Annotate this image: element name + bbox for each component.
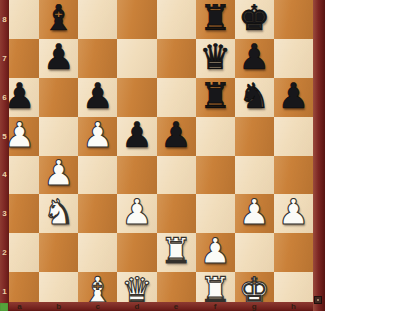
file-label-e: e xyxy=(157,302,196,311)
square-e7[interactable] xyxy=(157,39,196,78)
square-g3[interactable]: ♟ xyxy=(235,194,274,233)
rank-label-4: 4 xyxy=(0,156,9,195)
square-c6[interactable]: ♟ xyxy=(78,78,117,117)
white-rook: ♜ xyxy=(160,234,191,269)
rank-label-2: 2 xyxy=(0,233,9,272)
square-c2[interactable] xyxy=(78,233,117,272)
square-b7[interactable]: ♟ xyxy=(39,39,78,78)
square-f6[interactable]: ♜ xyxy=(196,78,235,117)
white-pawn: ♟ xyxy=(43,156,74,191)
black-knight: ♞ xyxy=(239,79,270,114)
square-c7[interactable] xyxy=(78,39,117,78)
square-b8[interactable]: ♝ xyxy=(39,0,78,39)
black-pawn: ♟ xyxy=(160,118,191,153)
black-queen: ♛ xyxy=(199,40,230,75)
square-d5[interactable]: ♟ xyxy=(117,117,156,156)
black-king: ♚ xyxy=(239,1,270,36)
black-pawn: ♟ xyxy=(82,79,113,114)
rank-label-7: 7 xyxy=(0,39,9,78)
file-label-c: c xyxy=(78,302,117,311)
black-pawn: ♟ xyxy=(239,40,270,75)
rank-label-3: 3 xyxy=(0,194,9,233)
white-pawn: ♟ xyxy=(239,195,270,230)
square-f3[interactable] xyxy=(196,194,235,233)
square-h7[interactable] xyxy=(274,39,313,78)
square-h2[interactable] xyxy=(274,233,313,272)
square-d2[interactable] xyxy=(117,233,156,272)
white-pawn: ♟ xyxy=(82,118,113,153)
square-c3[interactable] xyxy=(78,194,117,233)
white-pawn: ♟ xyxy=(278,195,309,230)
square-g2[interactable] xyxy=(235,233,274,272)
square-e3[interactable] xyxy=(157,194,196,233)
rank-label-6: 6 xyxy=(0,78,9,117)
file-label-g: g xyxy=(235,302,274,311)
black-pawn: ♟ xyxy=(278,79,309,114)
square-d7[interactable] xyxy=(117,39,156,78)
chess-board-widget: ♝♜♚♟♛♟♟♟♜♞♟♟♟♟♟♟♞♟♟♟♜♟♝♛♜♚ 87654321 abcd… xyxy=(0,0,325,311)
square-g6[interactable]: ♞ xyxy=(235,78,274,117)
black-pawn: ♟ xyxy=(43,40,74,75)
square-h5[interactable] xyxy=(274,117,313,156)
rank-label-5: 5 xyxy=(0,117,9,156)
square-e6[interactable] xyxy=(157,78,196,117)
status-indicator xyxy=(0,303,8,311)
black-bishop: ♝ xyxy=(43,1,74,36)
square-f5[interactable] xyxy=(196,117,235,156)
square-f8[interactable]: ♜ xyxy=(196,0,235,39)
square-c4[interactable] xyxy=(78,156,117,195)
square-d6[interactable] xyxy=(117,78,156,117)
rank-labels: 87654321 xyxy=(0,0,9,311)
square-d8[interactable] xyxy=(117,0,156,39)
square-f2[interactable]: ♟ xyxy=(196,233,235,272)
black-rook: ♜ xyxy=(199,1,230,36)
square-b4[interactable]: ♟ xyxy=(39,156,78,195)
resize-handle-icon[interactable] xyxy=(314,296,322,304)
square-b6[interactable] xyxy=(39,78,78,117)
file-label-d: d xyxy=(117,302,156,311)
white-pawn: ♟ xyxy=(199,234,230,269)
square-b3[interactable]: ♞ xyxy=(39,194,78,233)
square-h3[interactable]: ♟ xyxy=(274,194,313,233)
square-f7[interactable]: ♛ xyxy=(196,39,235,78)
square-g4[interactable] xyxy=(235,156,274,195)
square-g5[interactable] xyxy=(235,117,274,156)
file-label-h: h xyxy=(274,302,313,311)
file-labels: abcdefgh xyxy=(0,302,313,311)
square-e2[interactable]: ♜ xyxy=(157,233,196,272)
square-e8[interactable] xyxy=(157,0,196,39)
file-label-f: f xyxy=(196,302,235,311)
square-e4[interactable] xyxy=(157,156,196,195)
white-knight: ♞ xyxy=(43,195,74,230)
square-h6[interactable]: ♟ xyxy=(274,78,313,117)
chess-board[interactable]: ♝♜♚♟♛♟♟♟♜♞♟♟♟♟♟♟♞♟♟♟♜♟♝♛♜♚ xyxy=(0,0,313,311)
square-g8[interactable]: ♚ xyxy=(235,0,274,39)
black-rook: ♜ xyxy=(199,79,230,114)
file-label-b: b xyxy=(39,302,78,311)
black-pawn: ♟ xyxy=(121,118,152,153)
square-d4[interactable] xyxy=(117,156,156,195)
square-d3[interactable]: ♟ xyxy=(117,194,156,233)
square-c8[interactable] xyxy=(78,0,117,39)
square-h8[interactable] xyxy=(274,0,313,39)
square-c5[interactable]: ♟ xyxy=(78,117,117,156)
white-pawn: ♟ xyxy=(121,195,152,230)
square-b2[interactable] xyxy=(39,233,78,272)
rank-label-8: 8 xyxy=(0,0,9,39)
square-f4[interactable] xyxy=(196,156,235,195)
square-h4[interactable] xyxy=(274,156,313,195)
square-e5[interactable]: ♟ xyxy=(157,117,196,156)
board-frame-right xyxy=(313,0,325,311)
square-g7[interactable]: ♟ xyxy=(235,39,274,78)
square-b5[interactable] xyxy=(39,117,78,156)
